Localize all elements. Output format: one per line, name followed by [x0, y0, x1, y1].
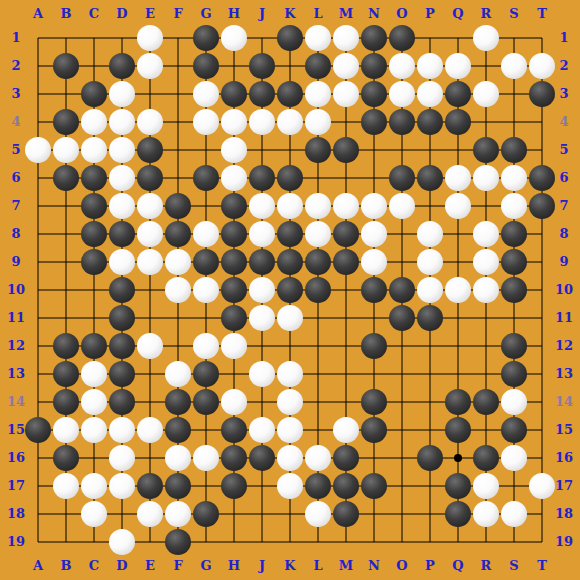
point-T8[interactable]	[528, 220, 556, 248]
point-R19[interactable]	[472, 528, 500, 556]
point-M2[interactable]	[332, 52, 360, 80]
point-O3[interactable]	[388, 80, 416, 108]
point-Q6[interactable]	[444, 164, 472, 192]
point-N5[interactable]	[360, 136, 388, 164]
point-K5[interactable]	[276, 136, 304, 164]
point-C14[interactable]	[80, 388, 108, 416]
point-C10[interactable]	[80, 276, 108, 304]
point-C17[interactable]	[80, 472, 108, 500]
point-O18[interactable]	[388, 500, 416, 528]
point-P12[interactable]	[416, 332, 444, 360]
point-L14[interactable]	[304, 388, 332, 416]
point-G14[interactable]	[192, 388, 220, 416]
point-G9[interactable]	[192, 248, 220, 276]
point-A14[interactable]	[24, 388, 52, 416]
point-F6[interactable]	[164, 164, 192, 192]
point-H2[interactable]	[220, 52, 248, 80]
point-J9[interactable]	[248, 248, 276, 276]
point-D17[interactable]	[108, 472, 136, 500]
point-C1[interactable]	[80, 24, 108, 52]
point-N4[interactable]	[360, 108, 388, 136]
point-M4[interactable]	[332, 108, 360, 136]
point-B4[interactable]	[52, 108, 80, 136]
point-M12[interactable]	[332, 332, 360, 360]
point-L10[interactable]	[304, 276, 332, 304]
point-J5[interactable]	[248, 136, 276, 164]
point-L12[interactable]	[304, 332, 332, 360]
point-F1[interactable]	[164, 24, 192, 52]
point-S8[interactable]	[500, 220, 528, 248]
point-M17[interactable]	[332, 472, 360, 500]
point-F13[interactable]	[164, 360, 192, 388]
point-A18[interactable]	[24, 500, 52, 528]
point-M5[interactable]	[332, 136, 360, 164]
point-A16[interactable]	[24, 444, 52, 472]
point-D15[interactable]	[108, 416, 136, 444]
point-O12[interactable]	[388, 332, 416, 360]
point-L5[interactable]	[304, 136, 332, 164]
point-L17[interactable]	[304, 472, 332, 500]
point-P3[interactable]	[416, 80, 444, 108]
point-D9[interactable]	[108, 248, 136, 276]
point-F14[interactable]	[164, 388, 192, 416]
point-N16[interactable]	[360, 444, 388, 472]
point-G15[interactable]	[192, 416, 220, 444]
point-S1[interactable]	[500, 24, 528, 52]
point-M3[interactable]	[332, 80, 360, 108]
point-C8[interactable]	[80, 220, 108, 248]
point-L18[interactable]	[304, 500, 332, 528]
point-F17[interactable]	[164, 472, 192, 500]
point-B2[interactable]	[52, 52, 80, 80]
point-B15[interactable]	[52, 416, 80, 444]
point-E11[interactable]	[136, 304, 164, 332]
point-Q19[interactable]	[444, 528, 472, 556]
point-J7[interactable]	[248, 192, 276, 220]
point-F9[interactable]	[164, 248, 192, 276]
point-N11[interactable]	[360, 304, 388, 332]
point-N12[interactable]	[360, 332, 388, 360]
point-C11[interactable]	[80, 304, 108, 332]
point-F12[interactable]	[164, 332, 192, 360]
point-K8[interactable]	[276, 220, 304, 248]
point-G16[interactable]	[192, 444, 220, 472]
point-A17[interactable]	[24, 472, 52, 500]
point-Q7[interactable]	[444, 192, 472, 220]
point-T9[interactable]	[528, 248, 556, 276]
point-F2[interactable]	[164, 52, 192, 80]
point-M8[interactable]	[332, 220, 360, 248]
point-C6[interactable]	[80, 164, 108, 192]
point-A12[interactable]	[24, 332, 52, 360]
point-S11[interactable]	[500, 304, 528, 332]
point-L9[interactable]	[304, 248, 332, 276]
point-G6[interactable]	[192, 164, 220, 192]
point-C4[interactable]	[80, 108, 108, 136]
point-E12[interactable]	[136, 332, 164, 360]
point-B9[interactable]	[52, 248, 80, 276]
point-H1[interactable]	[220, 24, 248, 52]
point-S16[interactable]	[500, 444, 528, 472]
point-J6[interactable]	[248, 164, 276, 192]
point-T16[interactable]	[528, 444, 556, 472]
point-G18[interactable]	[192, 500, 220, 528]
point-T18[interactable]	[528, 500, 556, 528]
point-E7[interactable]	[136, 192, 164, 220]
point-H19[interactable]	[220, 528, 248, 556]
point-E19[interactable]	[136, 528, 164, 556]
point-M11[interactable]	[332, 304, 360, 332]
point-R12[interactable]	[472, 332, 500, 360]
point-D13[interactable]	[108, 360, 136, 388]
point-Q18[interactable]	[444, 500, 472, 528]
point-C12[interactable]	[80, 332, 108, 360]
point-Q5[interactable]	[444, 136, 472, 164]
point-O7[interactable]	[388, 192, 416, 220]
point-O16[interactable]	[388, 444, 416, 472]
point-R14[interactable]	[472, 388, 500, 416]
point-N17[interactable]	[360, 472, 388, 500]
point-T13[interactable]	[528, 360, 556, 388]
point-O9[interactable]	[388, 248, 416, 276]
point-T6[interactable]	[528, 164, 556, 192]
point-A7[interactable]	[24, 192, 52, 220]
point-O6[interactable]	[388, 164, 416, 192]
point-N9[interactable]	[360, 248, 388, 276]
point-Q11[interactable]	[444, 304, 472, 332]
point-E8[interactable]	[136, 220, 164, 248]
point-G5[interactable]	[192, 136, 220, 164]
point-H5[interactable]	[220, 136, 248, 164]
point-S19[interactable]	[500, 528, 528, 556]
point-H12[interactable]	[220, 332, 248, 360]
point-D3[interactable]	[108, 80, 136, 108]
point-E3[interactable]	[136, 80, 164, 108]
point-F19[interactable]	[164, 528, 192, 556]
point-A3[interactable]	[24, 80, 52, 108]
point-F10[interactable]	[164, 276, 192, 304]
point-C19[interactable]	[80, 528, 108, 556]
point-S3[interactable]	[500, 80, 528, 108]
point-B16[interactable]	[52, 444, 80, 472]
point-D12[interactable]	[108, 332, 136, 360]
point-G2[interactable]	[192, 52, 220, 80]
point-G11[interactable]	[192, 304, 220, 332]
point-D1[interactable]	[108, 24, 136, 52]
point-A11[interactable]	[24, 304, 52, 332]
point-M9[interactable]	[332, 248, 360, 276]
point-B8[interactable]	[52, 220, 80, 248]
point-E10[interactable]	[136, 276, 164, 304]
point-E18[interactable]	[136, 500, 164, 528]
point-P2[interactable]	[416, 52, 444, 80]
point-T12[interactable]	[528, 332, 556, 360]
point-N7[interactable]	[360, 192, 388, 220]
point-T11[interactable]	[528, 304, 556, 332]
point-S5[interactable]	[500, 136, 528, 164]
point-R2[interactable]	[472, 52, 500, 80]
point-R13[interactable]	[472, 360, 500, 388]
point-K19[interactable]	[276, 528, 304, 556]
point-T10[interactable]	[528, 276, 556, 304]
point-Q17[interactable]	[444, 472, 472, 500]
point-N18[interactable]	[360, 500, 388, 528]
point-F15[interactable]	[164, 416, 192, 444]
point-L1[interactable]	[304, 24, 332, 52]
point-F7[interactable]	[164, 192, 192, 220]
point-O1[interactable]	[388, 24, 416, 52]
point-P15[interactable]	[416, 416, 444, 444]
point-E6[interactable]	[136, 164, 164, 192]
point-E15[interactable]	[136, 416, 164, 444]
point-A8[interactable]	[24, 220, 52, 248]
point-A13[interactable]	[24, 360, 52, 388]
point-B14[interactable]	[52, 388, 80, 416]
point-J8[interactable]	[248, 220, 276, 248]
point-C13[interactable]	[80, 360, 108, 388]
point-K13[interactable]	[276, 360, 304, 388]
point-T15[interactable]	[528, 416, 556, 444]
point-S10[interactable]	[500, 276, 528, 304]
point-J3[interactable]	[248, 80, 276, 108]
point-H17[interactable]	[220, 472, 248, 500]
point-J12[interactable]	[248, 332, 276, 360]
point-O19[interactable]	[388, 528, 416, 556]
point-M6[interactable]	[332, 164, 360, 192]
point-S6[interactable]	[500, 164, 528, 192]
point-J4[interactable]	[248, 108, 276, 136]
point-D19[interactable]	[108, 528, 136, 556]
point-D4[interactable]	[108, 108, 136, 136]
point-O14[interactable]	[388, 388, 416, 416]
point-A6[interactable]	[24, 164, 52, 192]
point-P14[interactable]	[416, 388, 444, 416]
point-S4[interactable]	[500, 108, 528, 136]
point-P9[interactable]	[416, 248, 444, 276]
point-C7[interactable]	[80, 192, 108, 220]
point-K16[interactable]	[276, 444, 304, 472]
point-S17[interactable]	[500, 472, 528, 500]
point-K15[interactable]	[276, 416, 304, 444]
point-L19[interactable]	[304, 528, 332, 556]
point-B19[interactable]	[52, 528, 80, 556]
point-L16[interactable]	[304, 444, 332, 472]
point-R1[interactable]	[472, 24, 500, 52]
point-Q13[interactable]	[444, 360, 472, 388]
point-A1[interactable]	[24, 24, 52, 52]
point-G1[interactable]	[192, 24, 220, 52]
point-K3[interactable]	[276, 80, 304, 108]
point-Q9[interactable]	[444, 248, 472, 276]
point-O13[interactable]	[388, 360, 416, 388]
point-E5[interactable]	[136, 136, 164, 164]
point-M7[interactable]	[332, 192, 360, 220]
point-D2[interactable]	[108, 52, 136, 80]
point-T3[interactable]	[528, 80, 556, 108]
point-G7[interactable]	[192, 192, 220, 220]
point-J10[interactable]	[248, 276, 276, 304]
point-O8[interactable]	[388, 220, 416, 248]
point-G19[interactable]	[192, 528, 220, 556]
point-D8[interactable]	[108, 220, 136, 248]
point-K4[interactable]	[276, 108, 304, 136]
point-S18[interactable]	[500, 500, 528, 528]
point-N10[interactable]	[360, 276, 388, 304]
point-L4[interactable]	[304, 108, 332, 136]
point-B18[interactable]	[52, 500, 80, 528]
point-C18[interactable]	[80, 500, 108, 528]
point-J14[interactable]	[248, 388, 276, 416]
point-D11[interactable]	[108, 304, 136, 332]
point-O4[interactable]	[388, 108, 416, 136]
point-R15[interactable]	[472, 416, 500, 444]
point-E14[interactable]	[136, 388, 164, 416]
point-F8[interactable]	[164, 220, 192, 248]
point-M1[interactable]	[332, 24, 360, 52]
point-C15[interactable]	[80, 416, 108, 444]
point-G8[interactable]	[192, 220, 220, 248]
point-Q4[interactable]	[444, 108, 472, 136]
point-R17[interactable]	[472, 472, 500, 500]
point-F11[interactable]	[164, 304, 192, 332]
point-D7[interactable]	[108, 192, 136, 220]
point-J1[interactable]	[248, 24, 276, 52]
point-C3[interactable]	[80, 80, 108, 108]
point-Q16[interactable]	[444, 444, 472, 472]
point-N8[interactable]	[360, 220, 388, 248]
point-H15[interactable]	[220, 416, 248, 444]
point-A19[interactable]	[24, 528, 52, 556]
point-E4[interactable]	[136, 108, 164, 136]
point-R18[interactable]	[472, 500, 500, 528]
point-F16[interactable]	[164, 444, 192, 472]
point-Q1[interactable]	[444, 24, 472, 52]
point-B5[interactable]	[52, 136, 80, 164]
point-N6[interactable]	[360, 164, 388, 192]
point-H6[interactable]	[220, 164, 248, 192]
point-T7[interactable]	[528, 192, 556, 220]
point-K12[interactable]	[276, 332, 304, 360]
point-F18[interactable]	[164, 500, 192, 528]
point-A15[interactable]	[24, 416, 52, 444]
point-T5[interactable]	[528, 136, 556, 164]
point-S12[interactable]	[500, 332, 528, 360]
point-P7[interactable]	[416, 192, 444, 220]
point-P19[interactable]	[416, 528, 444, 556]
point-O11[interactable]	[388, 304, 416, 332]
point-M15[interactable]	[332, 416, 360, 444]
point-S2[interactable]	[500, 52, 528, 80]
point-D10[interactable]	[108, 276, 136, 304]
point-B7[interactable]	[52, 192, 80, 220]
point-S14[interactable]	[500, 388, 528, 416]
point-N13[interactable]	[360, 360, 388, 388]
point-K6[interactable]	[276, 164, 304, 192]
point-T2[interactable]	[528, 52, 556, 80]
point-A5[interactable]	[24, 136, 52, 164]
point-E13[interactable]	[136, 360, 164, 388]
point-R11[interactable]	[472, 304, 500, 332]
point-G4[interactable]	[192, 108, 220, 136]
point-O2[interactable]	[388, 52, 416, 80]
point-B3[interactable]	[52, 80, 80, 108]
point-G10[interactable]	[192, 276, 220, 304]
point-O15[interactable]	[388, 416, 416, 444]
point-N14[interactable]	[360, 388, 388, 416]
point-S13[interactable]	[500, 360, 528, 388]
point-A2[interactable]	[24, 52, 52, 80]
point-E9[interactable]	[136, 248, 164, 276]
point-P13[interactable]	[416, 360, 444, 388]
point-D6[interactable]	[108, 164, 136, 192]
point-P10[interactable]	[416, 276, 444, 304]
point-C16[interactable]	[80, 444, 108, 472]
point-L11[interactable]	[304, 304, 332, 332]
point-A10[interactable]	[24, 276, 52, 304]
point-B10[interactable]	[52, 276, 80, 304]
point-E16[interactable]	[136, 444, 164, 472]
point-P4[interactable]	[416, 108, 444, 136]
point-M19[interactable]	[332, 528, 360, 556]
point-H14[interactable]	[220, 388, 248, 416]
point-E17[interactable]	[136, 472, 164, 500]
point-D18[interactable]	[108, 500, 136, 528]
point-C9[interactable]	[80, 248, 108, 276]
point-H3[interactable]	[220, 80, 248, 108]
point-R8[interactable]	[472, 220, 500, 248]
point-R3[interactable]	[472, 80, 500, 108]
point-B13[interactable]	[52, 360, 80, 388]
point-P5[interactable]	[416, 136, 444, 164]
point-H10[interactable]	[220, 276, 248, 304]
point-P6[interactable]	[416, 164, 444, 192]
point-L13[interactable]	[304, 360, 332, 388]
point-G13[interactable]	[192, 360, 220, 388]
point-F4[interactable]	[164, 108, 192, 136]
point-K9[interactable]	[276, 248, 304, 276]
point-E2[interactable]	[136, 52, 164, 80]
point-N3[interactable]	[360, 80, 388, 108]
point-T4[interactable]	[528, 108, 556, 136]
point-F5[interactable]	[164, 136, 192, 164]
point-G12[interactable]	[192, 332, 220, 360]
point-H11[interactable]	[220, 304, 248, 332]
point-H8[interactable]	[220, 220, 248, 248]
point-F3[interactable]	[164, 80, 192, 108]
point-Q8[interactable]	[444, 220, 472, 248]
point-J18[interactable]	[248, 500, 276, 528]
point-P1[interactable]	[416, 24, 444, 52]
point-K11[interactable]	[276, 304, 304, 332]
point-S9[interactable]	[500, 248, 528, 276]
point-K1[interactable]	[276, 24, 304, 52]
point-A9[interactable]	[24, 248, 52, 276]
point-H13[interactable]	[220, 360, 248, 388]
point-P17[interactable]	[416, 472, 444, 500]
point-P18[interactable]	[416, 500, 444, 528]
point-M16[interactable]	[332, 444, 360, 472]
point-S15[interactable]	[500, 416, 528, 444]
point-T14[interactable]	[528, 388, 556, 416]
point-O5[interactable]	[388, 136, 416, 164]
point-L15[interactable]	[304, 416, 332, 444]
point-K14[interactable]	[276, 388, 304, 416]
point-M10[interactable]	[332, 276, 360, 304]
point-N15[interactable]	[360, 416, 388, 444]
point-Q15[interactable]	[444, 416, 472, 444]
point-J19[interactable]	[248, 528, 276, 556]
point-H18[interactable]	[220, 500, 248, 528]
